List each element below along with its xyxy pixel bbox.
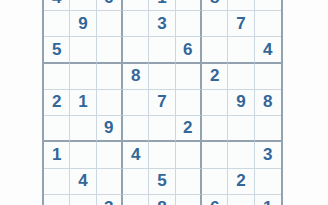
cell-r5c2-given[interactable]: 1 (70, 90, 96, 116)
cell-r5c8-given[interactable]: 9 (228, 90, 254, 116)
cell-r3c2-empty[interactable] (70, 37, 96, 63)
cell-r1c8-empty[interactable] (228, 0, 254, 11)
cell-r6c9-empty[interactable] (255, 116, 281, 142)
cell-r4c7-given[interactable]: 2 (202, 64, 228, 90)
cell-r6c5-empty[interactable] (149, 116, 175, 142)
cell-r5c5-given[interactable]: 7 (149, 90, 175, 116)
cell-r2c1-empty[interactable] (44, 11, 70, 37)
cell-r7c4-given[interactable]: 4 (123, 142, 149, 168)
cell-r4c3-empty[interactable] (97, 64, 123, 90)
cell-r4c8-empty[interactable] (228, 64, 254, 90)
cell-r7c8-empty[interactable] (228, 142, 254, 168)
cell-r1c4-empty[interactable] (123, 0, 149, 11)
cell-r1c5-given[interactable]: 1 (149, 0, 175, 11)
cell-r5c9-given[interactable]: 8 (255, 90, 281, 116)
cell-r7c9-given[interactable]: 3 (255, 142, 281, 168)
cell-r6c8-empty[interactable] (228, 116, 254, 142)
cell-r4c6-empty[interactable] (176, 64, 202, 90)
cell-r6c1-empty[interactable] (44, 116, 70, 142)
cell-r5c1-given[interactable]: 2 (44, 90, 70, 116)
cell-r3c9-given[interactable]: 4 (255, 37, 281, 63)
cell-r2c8-given[interactable]: 7 (228, 11, 254, 37)
cell-r9c4-empty[interactable] (123, 195, 149, 205)
cell-r1c3-given[interactable]: 6 (97, 0, 123, 11)
cell-r5c4-empty[interactable] (123, 90, 149, 116)
cell-r3c5-empty[interactable] (149, 37, 175, 63)
cell-r8c9-empty[interactable] (255, 169, 281, 195)
cell-r2c5-given[interactable]: 3 (149, 11, 175, 37)
cell-r8c3-empty[interactable] (97, 169, 123, 195)
cell-r2c2-given[interactable]: 9 (70, 11, 96, 37)
cell-r5c6-empty[interactable] (176, 90, 202, 116)
cell-r9c7-given[interactable]: 6 (202, 195, 228, 205)
cell-r5c3-empty[interactable] (97, 90, 123, 116)
sudoku-screenshot: 46189375648221798921434523861 (0, 0, 328, 205)
cell-r6c3-given[interactable]: 9 (97, 116, 123, 142)
cell-r2c6-empty[interactable] (176, 11, 202, 37)
cell-r1c6-empty[interactable] (176, 0, 202, 11)
cell-r2c3-empty[interactable] (97, 11, 123, 37)
cell-r9c5-given[interactable]: 8 (149, 195, 175, 205)
cell-r9c1-empty[interactable] (44, 195, 70, 205)
cell-r9c2-empty[interactable] (70, 195, 96, 205)
cell-r7c7-empty[interactable] (202, 142, 228, 168)
cell-r6c2-empty[interactable] (70, 116, 96, 142)
cell-r2c7-empty[interactable] (202, 11, 228, 37)
cell-r7c1-given[interactable]: 1 (44, 142, 70, 168)
cell-r2c9-empty[interactable] (255, 11, 281, 37)
cell-r1c7-given[interactable]: 8 (202, 0, 228, 11)
cell-r4c4-given[interactable]: 8 (123, 64, 149, 90)
cell-r6c6-given[interactable]: 2 (176, 116, 202, 142)
cell-r6c4-empty[interactable] (123, 116, 149, 142)
cell-r8c4-empty[interactable] (123, 169, 149, 195)
cell-r4c5-empty[interactable] (149, 64, 175, 90)
cell-r1c2-empty[interactable] (70, 0, 96, 11)
cell-r4c9-empty[interactable] (255, 64, 281, 90)
sudoku-board: 46189375648221798921434523861 (42, 0, 283, 205)
cell-r8c7-empty[interactable] (202, 169, 228, 195)
cell-r4c2-empty[interactable] (70, 64, 96, 90)
cell-r1c9-empty[interactable] (255, 0, 281, 11)
cell-r7c5-empty[interactable] (149, 142, 175, 168)
cell-r3c6-given[interactable]: 6 (176, 37, 202, 63)
cell-r9c8-empty[interactable] (228, 195, 254, 205)
cell-r2c4-empty[interactable] (123, 11, 149, 37)
cell-r3c1-given[interactable]: 5 (44, 37, 70, 63)
cell-r9c9-given[interactable]: 1 (255, 195, 281, 205)
cell-r4c1-empty[interactable] (44, 64, 70, 90)
cell-r3c8-empty[interactable] (228, 37, 254, 63)
cell-r8c5-given[interactable]: 5 (149, 169, 175, 195)
cell-r3c3-empty[interactable] (97, 37, 123, 63)
cell-r9c3-given[interactable]: 3 (97, 195, 123, 205)
cell-r7c6-empty[interactable] (176, 142, 202, 168)
cell-r8c6-empty[interactable] (176, 169, 202, 195)
cell-r3c7-empty[interactable] (202, 37, 228, 63)
cell-r3c4-empty[interactable] (123, 37, 149, 63)
cell-r9c6-empty[interactable] (176, 195, 202, 205)
cell-r7c2-empty[interactable] (70, 142, 96, 168)
cell-r8c8-given[interactable]: 2 (228, 169, 254, 195)
cell-r8c1-empty[interactable] (44, 169, 70, 195)
cell-r1c1-given[interactable]: 4 (44, 0, 70, 11)
cell-r8c2-given[interactable]: 4 (70, 169, 96, 195)
cell-r5c7-empty[interactable] (202, 90, 228, 116)
cell-r6c7-empty[interactable] (202, 116, 228, 142)
cell-r7c3-empty[interactable] (97, 142, 123, 168)
